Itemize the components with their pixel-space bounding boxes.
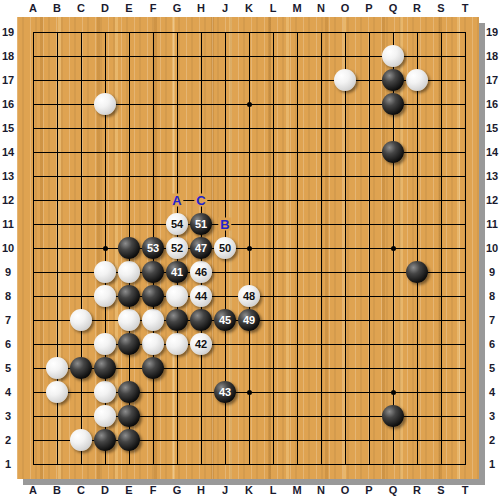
coord-bottom-R: R: [409, 483, 425, 497]
label-marker-A: A: [170, 194, 183, 207]
label-marker-C: C: [194, 194, 207, 207]
coord-left-9: 9: [0, 265, 16, 279]
coord-top-Q: Q: [385, 1, 401, 15]
white-stone-D6[interactable]: [94, 333, 116, 355]
black-stone-R9[interactable]: [406, 261, 428, 283]
coord-top-G: G: [169, 1, 185, 15]
coord-top-F: F: [145, 1, 161, 15]
coord-right-15: 15: [484, 121, 500, 135]
coord-top-J: J: [217, 1, 233, 15]
coord-top-K: K: [241, 1, 257, 15]
coord-bottom-B: B: [49, 483, 65, 497]
coord-right-2: 2: [484, 433, 500, 447]
white-stone-O17[interactable]: [334, 69, 356, 91]
white-stone-D9[interactable]: [94, 261, 116, 283]
coord-left-8: 8: [0, 289, 16, 303]
coord-top-H: H: [193, 1, 209, 15]
white-stone-J10[interactable]: 50: [214, 237, 236, 259]
coord-bottom-D: D: [97, 483, 113, 497]
coord-bottom-O: O: [337, 483, 353, 497]
coord-right-3: 3: [484, 409, 500, 423]
star-point-K10: [247, 246, 252, 251]
black-stone-E3[interactable]: [118, 405, 140, 427]
coord-left-12: 12: [0, 193, 16, 207]
black-stone-J7[interactable]: 45: [214, 309, 236, 331]
white-stone-H9[interactable]: 46: [190, 261, 212, 283]
coord-right-8: 8: [484, 289, 500, 303]
coord-bottom-H: H: [193, 483, 209, 497]
black-stone-H7[interactable]: [190, 309, 212, 331]
coord-right-19: 19: [484, 25, 500, 39]
white-stone-C2[interactable]: [70, 429, 92, 451]
coord-bottom-P: P: [361, 483, 377, 497]
coord-right-11: 11: [484, 217, 500, 231]
coord-top-B: B: [49, 1, 65, 15]
coord-top-C: C: [73, 1, 89, 15]
black-stone-C5[interactable]: [70, 357, 92, 379]
white-stone-H8[interactable]: 44: [190, 285, 212, 307]
coord-left-11: 11: [0, 217, 16, 231]
coord-left-3: 3: [0, 409, 16, 423]
coord-right-4: 4: [484, 385, 500, 399]
coord-right-13: 13: [484, 169, 500, 183]
coord-left-4: 4: [0, 385, 16, 399]
coord-bottom-L: L: [265, 483, 281, 497]
coord-right-1: 1: [484, 457, 500, 471]
coord-left-15: 15: [0, 121, 16, 135]
coord-bottom-C: C: [73, 483, 89, 497]
white-stone-F7[interactable]: [142, 309, 164, 331]
coord-bottom-S: S: [433, 483, 449, 497]
black-stone-G7[interactable]: [166, 309, 188, 331]
star-point-D10: [103, 246, 108, 251]
coord-right-5: 5: [484, 361, 500, 375]
coord-top-D: D: [97, 1, 113, 15]
coord-left-2: 2: [0, 433, 16, 447]
black-stone-E8[interactable]: [118, 285, 140, 307]
white-stone-E9[interactable]: [118, 261, 140, 283]
coord-bottom-K: K: [241, 483, 257, 497]
black-stone-Q14[interactable]: [382, 141, 404, 163]
black-stone-E2[interactable]: [118, 429, 140, 451]
coord-left-10: 10: [0, 241, 16, 255]
coord-top-R: R: [409, 1, 425, 15]
white-stone-D8[interactable]: [94, 285, 116, 307]
coord-bottom-G: G: [169, 483, 185, 497]
star-point-Q10: [391, 246, 396, 251]
black-stone-F10[interactable]: 53: [142, 237, 164, 259]
coord-right-17: 17: [484, 73, 500, 87]
black-stone-G9[interactable]: 41: [166, 261, 188, 283]
star-point-K4: [247, 390, 252, 395]
black-stone-H11[interactable]: 51: [190, 213, 212, 235]
coord-right-18: 18: [484, 49, 500, 63]
coord-left-19: 19: [0, 25, 16, 39]
black-stone-F5[interactable]: [142, 357, 164, 379]
white-stone-G11[interactable]: 54: [166, 213, 188, 235]
star-point-K16: [247, 102, 252, 107]
coord-left-5: 5: [0, 361, 16, 375]
black-stone-D2[interactable]: [94, 429, 116, 451]
black-stone-J4[interactable]: 43: [214, 381, 236, 403]
coord-top-L: L: [265, 1, 281, 15]
coord-bottom-E: E: [121, 483, 137, 497]
coord-left-13: 13: [0, 169, 16, 183]
black-stone-E4[interactable]: [118, 381, 140, 403]
white-stone-C7[interactable]: [70, 309, 92, 331]
black-stone-E6[interactable]: [118, 333, 140, 355]
white-stone-R17[interactable]: [406, 69, 428, 91]
coord-left-16: 16: [0, 97, 16, 111]
go-diagram-screen: 4142434445464748495051525354 ACB AABBCCD…: [0, 0, 500, 500]
white-stone-E7[interactable]: [118, 309, 140, 331]
coord-top-M: M: [289, 1, 305, 15]
star-point-Q4: [391, 390, 396, 395]
coord-right-10: 10: [484, 241, 500, 255]
black-stone-H10[interactable]: 47: [190, 237, 212, 259]
white-stone-G6[interactable]: [166, 333, 188, 355]
coord-bottom-N: N: [313, 483, 329, 497]
coord-right-14: 14: [484, 145, 500, 159]
coord-top-E: E: [121, 1, 137, 15]
white-stone-G8[interactable]: [166, 285, 188, 307]
black-stone-K7[interactable]: 49: [238, 309, 260, 331]
coord-right-12: 12: [484, 193, 500, 207]
label-marker-B: B: [218, 218, 231, 231]
coord-bottom-J: J: [217, 483, 233, 497]
white-stone-B4[interactable]: [46, 381, 68, 403]
coord-top-S: S: [433, 1, 449, 15]
white-stone-D4[interactable]: [94, 381, 116, 403]
coord-top-P: P: [361, 1, 377, 15]
coord-bottom-A: A: [25, 483, 41, 497]
black-stone-E10[interactable]: [118, 237, 140, 259]
coord-left-6: 6: [0, 337, 16, 351]
white-stone-B5[interactable]: [46, 357, 68, 379]
coord-left-1: 1: [0, 457, 16, 471]
black-stone-Q17[interactable]: [382, 69, 404, 91]
coord-left-17: 17: [0, 73, 16, 87]
coord-bottom-M: M: [289, 483, 305, 497]
coord-left-18: 18: [0, 49, 16, 63]
black-stone-Q3[interactable]: [382, 405, 404, 427]
coord-top-N: N: [313, 1, 329, 15]
white-stone-D3[interactable]: [94, 405, 116, 427]
white-stone-G10[interactable]: 52: [166, 237, 188, 259]
white-stone-D16[interactable]: [94, 93, 116, 115]
white-stone-K8[interactable]: 48: [238, 285, 260, 307]
coord-right-16: 16: [484, 97, 500, 111]
white-stone-F6[interactable]: [142, 333, 164, 355]
black-stone-F8[interactable]: [142, 285, 164, 307]
coord-bottom-Q: Q: [385, 483, 401, 497]
white-stone-Q18[interactable]: [382, 45, 404, 67]
white-stone-H6[interactable]: 42: [190, 333, 212, 355]
black-stone-F9[interactable]: [142, 261, 164, 283]
coord-top-T: T: [457, 1, 473, 15]
coord-left-7: 7: [0, 313, 16, 327]
black-stone-D5[interactable]: [94, 357, 116, 379]
coord-right-7: 7: [484, 313, 500, 327]
coord-bottom-T: T: [457, 483, 473, 497]
coord-top-O: O: [337, 1, 353, 15]
coord-right-9: 9: [484, 265, 500, 279]
coord-right-6: 6: [484, 337, 500, 351]
coord-top-A: A: [25, 1, 41, 15]
black-stone-Q16[interactable]: [382, 93, 404, 115]
coord-left-14: 14: [0, 145, 16, 159]
coord-bottom-F: F: [145, 483, 161, 497]
